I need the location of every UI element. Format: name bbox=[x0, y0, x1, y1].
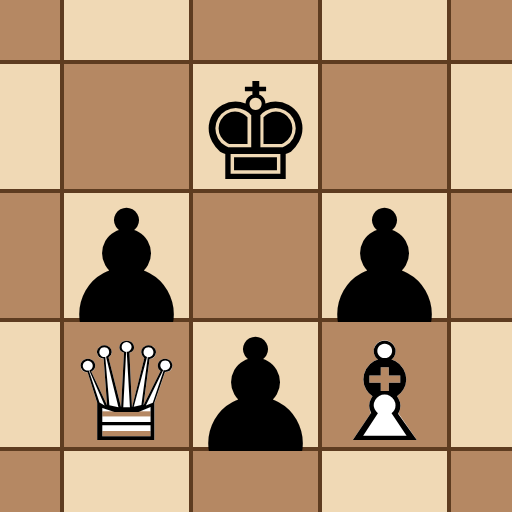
square-r0c2[interactable] bbox=[193, 0, 318, 60]
square-r2c0[interactable] bbox=[0, 193, 60, 318]
square-r4c4[interactable] bbox=[451, 451, 512, 512]
square-r4c1[interactable] bbox=[64, 451, 189, 512]
square-r3c0[interactable] bbox=[0, 322, 60, 447]
chess-board: ♚♟♟♛♕♟♝♗ bbox=[0, 0, 512, 512]
square-r1c0[interactable] bbox=[0, 64, 60, 189]
white-queen-outline-glyph: ♕ bbox=[66, 325, 188, 461]
square-r3c3[interactable]: ♝♗ bbox=[322, 322, 447, 447]
square-r1c2[interactable]: ♚ bbox=[193, 64, 318, 189]
square-r3c4[interactable] bbox=[451, 322, 512, 447]
square-r0c4[interactable] bbox=[451, 0, 512, 60]
black-king-glyph: ♚ bbox=[195, 66, 315, 200]
square-r4c3[interactable] bbox=[322, 451, 447, 512]
square-r2c3[interactable]: ♟ bbox=[322, 193, 447, 318]
square-r4c0[interactable] bbox=[0, 451, 60, 512]
square-r2c4[interactable] bbox=[451, 193, 512, 318]
square-r2c2[interactable] bbox=[193, 193, 318, 318]
white-queen[interactable]: ♛♕ bbox=[66, 325, 188, 461]
black-king[interactable]: ♚ bbox=[195, 66, 315, 200]
square-r0c1[interactable] bbox=[64, 0, 189, 60]
square-r2c1[interactable]: ♟ bbox=[64, 193, 189, 318]
white-bishop-outline-glyph: ♗ bbox=[324, 325, 446, 461]
square-r1c1[interactable] bbox=[64, 64, 189, 189]
square-r3c1[interactable]: ♛♕ bbox=[64, 322, 189, 447]
square-r3c2[interactable]: ♟ bbox=[193, 322, 318, 447]
square-r4c2[interactable] bbox=[193, 451, 318, 512]
square-r0c0[interactable] bbox=[0, 0, 60, 60]
screenshot-root: ♚♟♟♛♕♟♝♗ bbox=[0, 0, 512, 512]
square-r1c4[interactable] bbox=[451, 64, 512, 189]
white-bishop[interactable]: ♝♗ bbox=[324, 325, 446, 461]
square-r1c3[interactable] bbox=[322, 64, 447, 189]
square-r0c3[interactable] bbox=[322, 0, 447, 60]
